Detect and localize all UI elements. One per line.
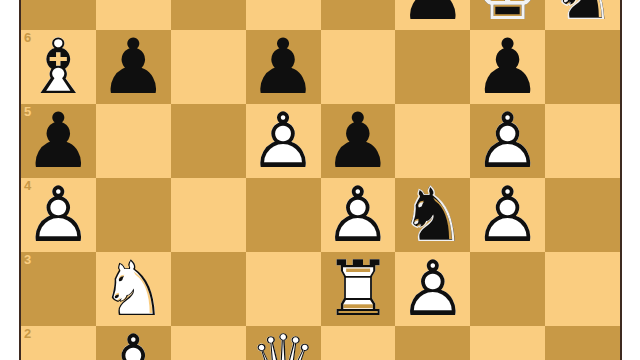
square-e7[interactable] [321, 0, 396, 30]
square-e6[interactable] [321, 30, 396, 104]
piece-black-pawn: ♟ [24, 104, 92, 178]
chess-board[interactable]: ♟♚♔♞♘6♝♗♟♟♟5♟♟♙♟♟♙4♟♙♟♙♞♘♟♙3♞♘♜♖♟♙2♟♙♛♕ [21, 0, 620, 360]
square-h4[interactable] [545, 178, 620, 252]
piece-white-queen: ♛♕ [249, 326, 317, 360]
square-f7[interactable]: ♟ [395, 0, 470, 30]
board-left-border [19, 0, 21, 360]
square-f4[interactable]: ♞♘ [395, 178, 470, 252]
rank-label-6: 6 [24, 30, 31, 45]
square-g3[interactable] [470, 252, 545, 326]
black-pawn-glyph-layer: ♟ [474, 30, 542, 104]
square-g2[interactable] [470, 326, 545, 360]
square-e5[interactable]: ♟ [321, 104, 396, 178]
white-queen-glyph-layer: ♕ [249, 326, 317, 360]
piece-black-pawn: ♟ [99, 30, 167, 104]
rank-label-5: 5 [24, 104, 31, 119]
square-b2[interactable]: ♟♙ [96, 326, 171, 360]
rank-label-4: 4 [24, 178, 31, 193]
square-g5[interactable]: ♟♙ [470, 104, 545, 178]
piece-black-knight: ♞♘ [399, 178, 467, 252]
square-f3[interactable]: ♟♙ [395, 252, 470, 326]
piece-black-knight: ♞♘ [548, 0, 616, 30]
piece-black-pawn: ♟ [474, 30, 542, 104]
square-c7[interactable] [171, 0, 246, 30]
white-pawn-glyph-layer: ♙ [474, 178, 542, 252]
white-pawn-glyph-layer: ♙ [99, 326, 167, 360]
piece-white-pawn: ♟♙ [474, 178, 542, 252]
square-d5[interactable]: ♟♙ [246, 104, 321, 178]
black-pawn-glyph-layer: ♟ [99, 30, 167, 104]
piece-white-knight: ♞♘ [99, 252, 167, 326]
white-pawn-glyph-layer: ♙ [24, 178, 92, 252]
piece-white-rook: ♜♖ [324, 252, 392, 326]
black-pawn-glyph-layer: ♟ [324, 104, 392, 178]
square-e4[interactable]: ♟♙ [321, 178, 396, 252]
piece-white-pawn: ♟♙ [399, 252, 467, 326]
square-f5[interactable] [395, 104, 470, 178]
piece-white-pawn: ♟♙ [24, 178, 92, 252]
square-h3[interactable] [545, 252, 620, 326]
square-c3[interactable] [171, 252, 246, 326]
square-d3[interactable] [246, 252, 321, 326]
piece-white-bishop: ♝♗ [24, 30, 92, 104]
square-a5[interactable]: 5♟ [21, 104, 96, 178]
square-b4[interactable] [96, 178, 171, 252]
square-c2[interactable] [171, 326, 246, 360]
square-h6[interactable] [545, 30, 620, 104]
square-f6[interactable] [395, 30, 470, 104]
piece-white-pawn: ♟♙ [324, 178, 392, 252]
square-f2[interactable] [395, 326, 470, 360]
black-pawn-glyph-layer: ♟ [24, 104, 92, 178]
square-b5[interactable] [96, 104, 171, 178]
white-bishop-glyph-layer: ♗ [24, 30, 92, 104]
piece-black-pawn: ♟ [399, 0, 467, 30]
piece-white-pawn: ♟♙ [249, 104, 317, 178]
square-h5[interactable] [545, 104, 620, 178]
board-right-border [620, 0, 622, 360]
square-a6[interactable]: 6♝♗ [21, 30, 96, 104]
square-e3[interactable]: ♜♖ [321, 252, 396, 326]
black-knight-glyph-layer: ♘ [548, 0, 616, 30]
square-a4[interactable]: 4♟♙ [21, 178, 96, 252]
square-g4[interactable]: ♟♙ [470, 178, 545, 252]
black-knight-glyph-layer: ♘ [399, 178, 467, 252]
square-d2[interactable]: ♛♕ [246, 326, 321, 360]
square-b6[interactable]: ♟ [96, 30, 171, 104]
square-d6[interactable]: ♟ [246, 30, 321, 104]
square-c4[interactable] [171, 178, 246, 252]
square-c5[interactable] [171, 104, 246, 178]
white-rook-glyph-layer: ♖ [324, 252, 392, 326]
square-a2[interactable]: 2 [21, 326, 96, 360]
white-pawn-glyph-layer: ♙ [474, 104, 542, 178]
white-pawn-glyph-layer: ♙ [249, 104, 317, 178]
white-knight-glyph-layer: ♘ [99, 252, 167, 326]
rank-label-2: 2 [24, 326, 31, 341]
square-c6[interactable] [171, 30, 246, 104]
square-a3[interactable]: 3 [21, 252, 96, 326]
black-pawn-glyph-layer: ♟ [249, 30, 317, 104]
chess-board-viewport: ♟♚♔♞♘6♝♗♟♟♟5♟♟♙♟♟♙4♟♙♟♙♞♘♟♙3♞♘♜♖♟♙2♟♙♛♕ [0, 0, 640, 360]
square-h2[interactable] [545, 326, 620, 360]
square-h7[interactable]: ♞♘ [545, 0, 620, 30]
square-g6[interactable]: ♟ [470, 30, 545, 104]
piece-black-pawn: ♟ [249, 30, 317, 104]
piece-white-pawn: ♟♙ [99, 326, 167, 360]
square-e2[interactable] [321, 326, 396, 360]
square-d4[interactable] [246, 178, 321, 252]
white-pawn-glyph-layer: ♙ [399, 252, 467, 326]
rank-label-3: 3 [24, 252, 31, 267]
black-pawn-glyph-layer: ♟ [399, 0, 467, 30]
piece-white-pawn: ♟♙ [474, 104, 542, 178]
piece-black-pawn: ♟ [324, 104, 392, 178]
white-pawn-glyph-layer: ♙ [324, 178, 392, 252]
square-b3[interactable]: ♞♘ [96, 252, 171, 326]
